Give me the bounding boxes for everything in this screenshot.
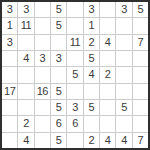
grid-cell[interactable] — [35, 35, 50, 50]
grid-cell[interactable]: 5 — [51, 18, 66, 33]
grid-cell[interactable] — [18, 84, 33, 99]
grid-cell[interactable]: 3 — [2, 2, 17, 17]
grid-cell[interactable] — [116, 116, 131, 131]
grid-cell[interactable]: 5 — [51, 84, 66, 99]
grid-cell[interactable] — [35, 2, 50, 17]
grid-cell[interactable] — [35, 100, 50, 115]
grid-cell[interactable] — [67, 84, 82, 99]
grid-cell[interactable] — [51, 35, 66, 50]
grid-cell[interactable] — [133, 18, 148, 33]
grid-cell[interactable] — [35, 133, 50, 148]
grid-cell[interactable] — [67, 2, 82, 17]
grid-cell[interactable]: 2 — [84, 133, 99, 148]
grid-cell[interactable] — [100, 100, 115, 115]
grid-cell[interactable]: 5 — [84, 51, 99, 66]
grid-cell[interactable]: 2 — [84, 35, 99, 50]
grid-cell[interactable]: 5 — [67, 67, 82, 82]
grid-cell[interactable]: 5 — [84, 100, 99, 115]
grid-cell[interactable]: 3 — [2, 35, 17, 50]
grid-cell[interactable]: 16 — [35, 84, 50, 99]
grid-cell[interactable]: 4 — [18, 51, 33, 66]
grid-cell[interactable]: 1 — [2, 18, 17, 33]
grid-cell[interactable]: 11 — [18, 18, 33, 33]
grid-cell[interactable] — [18, 35, 33, 50]
grid-cell[interactable] — [35, 18, 50, 33]
grid-cell[interactable]: 5 — [51, 2, 66, 17]
grid-cell[interactable]: 3 — [51, 51, 66, 66]
grid-cell[interactable] — [2, 100, 17, 115]
grid-cell[interactable]: 2 — [18, 116, 33, 131]
grid-cell[interactable]: 3 — [18, 2, 33, 17]
grid-cell[interactable] — [100, 51, 115, 66]
grid-cell[interactable] — [84, 116, 99, 131]
grid-cell[interactable]: 6 — [51, 116, 66, 131]
grid-cell[interactable] — [116, 84, 131, 99]
grid-cell[interactable] — [67, 18, 82, 33]
grid-cell[interactable] — [116, 18, 131, 33]
grid-cell[interactable] — [100, 116, 115, 131]
grid-cell[interactable] — [18, 67, 33, 82]
grid-cell[interactable]: 5 — [116, 100, 131, 115]
grid-cell[interactable]: 4 — [116, 133, 131, 148]
grid-cell[interactable]: 4 — [100, 133, 115, 148]
grid-cell[interactable] — [133, 51, 148, 66]
grid-cell[interactable] — [100, 18, 115, 33]
grid-cell[interactable]: 3 — [84, 2, 99, 17]
grid-cell[interactable] — [35, 67, 50, 82]
grid-cell[interactable] — [84, 84, 99, 99]
grid-cell[interactable]: 11 — [67, 35, 82, 50]
grid-cell[interactable] — [67, 51, 82, 66]
grid-cell[interactable]: 2 — [100, 67, 115, 82]
grid-cell[interactable]: 5 — [51, 133, 66, 148]
puzzle-board: 3353351115131124743355421716553552664524… — [0, 0, 150, 150]
grid-cell[interactable]: 5 — [133, 2, 148, 17]
grid-cell[interactable] — [116, 67, 131, 82]
grid-cell[interactable]: 6 — [67, 116, 82, 131]
grid-cell[interactable]: 7 — [133, 133, 148, 148]
grid-cell[interactable]: 4 — [84, 67, 99, 82]
grid-cell[interactable]: 3 — [35, 51, 50, 66]
grid-cell[interactable]: 3 — [67, 100, 82, 115]
grid-cell[interactable] — [133, 100, 148, 115]
grid-cell[interactable] — [2, 67, 17, 82]
grid-cell[interactable] — [18, 100, 33, 115]
grid-cell[interactable]: 7 — [133, 35, 148, 50]
grid-cell[interactable]: 1 — [84, 18, 99, 33]
grid-cell[interactable] — [100, 2, 115, 17]
grid-cell[interactable] — [2, 116, 17, 131]
grid-cell[interactable]: 4 — [18, 133, 33, 148]
grid-cell[interactable]: 4 — [100, 35, 115, 50]
grid-cell[interactable] — [2, 51, 17, 66]
grid-cell[interactable] — [100, 84, 115, 99]
grid-cell[interactable] — [133, 84, 148, 99]
grid-cell[interactable] — [133, 67, 148, 82]
grid-cell[interactable] — [51, 67, 66, 82]
grid-cell[interactable]: 3 — [116, 2, 131, 17]
grid-cell[interactable] — [35, 116, 50, 131]
grid-cell[interactable] — [116, 35, 131, 50]
grid-cell[interactable] — [116, 51, 131, 66]
grid-cell[interactable] — [2, 133, 17, 148]
grid-cell[interactable]: 17 — [2, 84, 17, 99]
grid-cell[interactable] — [67, 133, 82, 148]
grid-cell[interactable]: 5 — [51, 100, 66, 115]
grid-cell[interactable] — [133, 116, 148, 131]
